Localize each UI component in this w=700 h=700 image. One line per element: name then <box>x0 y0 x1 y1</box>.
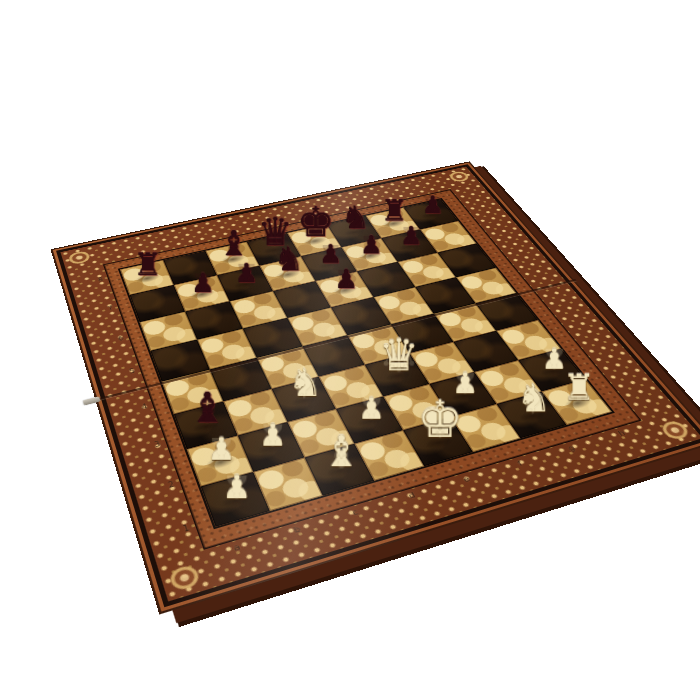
rank-label-3: 3 <box>145 424 171 466</box>
hinge-pin-icon <box>83 396 101 405</box>
black-pawn-c7[interactable]: ♟♟ <box>224 260 269 286</box>
black-pawn-g7[interactable]: ♟♟ <box>390 223 433 248</box>
white-pawn-b2[interactable]: ♟♟ <box>246 420 299 451</box>
rank-label-1: 1 <box>172 505 201 555</box>
white-bishop-c1[interactable]: ♝♝ <box>314 430 368 473</box>
black-bishop-c8[interactable]: ♝♝ <box>212 226 256 260</box>
black-bishop-a3[interactable]: ♝♝ <box>181 387 233 428</box>
black-pawn-f7[interactable]: ♟♟ <box>349 232 392 257</box>
square-a6[interactable] <box>140 311 197 350</box>
file-label-c: c <box>324 499 386 526</box>
rank-label-4: 4 <box>132 387 157 426</box>
chess-board: ♜♜♝♝♛♛♚♚♞♞♜♜♟♟♟♟♟♟♞♞♟♟♟♟♟♟♟♟♝♝♞♞♛♛♟♟♟♟♟♟… <box>51 161 700 614</box>
rank-label-7: 7 <box>100 293 121 325</box>
black-pawn-e7[interactable]: ♟♟ <box>308 241 352 266</box>
corner-rosette <box>442 168 476 186</box>
white-knight-c3[interactable]: ♞♞ <box>280 365 331 403</box>
square-c3[interactable]: ♞♞ <box>272 377 336 422</box>
black-pawn-b7[interactable]: ♟♟ <box>180 270 225 296</box>
file-label-a: a <box>204 534 269 562</box>
black-king-e8[interactable]: ♚♚ <box>294 202 337 243</box>
rank-label-5: 5 <box>121 354 144 391</box>
file-label-h: h <box>593 422 649 445</box>
black-rook-a8[interactable]: ♜♜ <box>126 249 171 280</box>
square-a8[interactable]: ♜♜ <box>120 260 174 295</box>
black-pawn-h8[interactable]: ♟♟ <box>412 193 453 217</box>
black-knight-d7[interactable]: ♞♞ <box>267 243 311 276</box>
rank-label-6: 6 <box>110 322 132 356</box>
scene: ♜♜♝♝♛♛♚♚♞♞♜♜♟♟♟♟♟♟♞♞♟♟♟♟♟♟♟♟♝♝♞♞♛♛♟♟♟♟♟♟… <box>0 0 700 700</box>
file-label-g: g <box>543 437 600 461</box>
black-pawn-e6[interactable]: ♟♟ <box>323 266 368 292</box>
corner-rosette <box>651 415 699 446</box>
corner-rosette <box>63 247 97 269</box>
file-label-b: b <box>265 516 329 544</box>
black-knight-f8[interactable]: ♞♞ <box>334 202 376 233</box>
white-pawn-a1[interactable]: ♟♟ <box>209 471 265 503</box>
white-pawn-a2[interactable]: ♟♟ <box>194 433 248 464</box>
white-pawn-d2[interactable]: ♟♟ <box>345 393 397 423</box>
rank-label-8: 8 <box>91 265 111 295</box>
white-knight-g1[interactable]: ♞♞ <box>508 380 560 419</box>
white-queen-e3[interactable]: ♛♛ <box>374 333 424 377</box>
square-a1[interactable]: ♟♟ <box>201 472 270 527</box>
square-b7[interactable]: ♟♟ <box>174 275 230 311</box>
rank-label-2: 2 <box>158 463 185 509</box>
file-label-d: d <box>381 483 442 509</box>
corner-rosette <box>161 558 209 599</box>
inner-wood-frame: ♜♜♝♝♛♛♚♚♞♞♜♜♟♟♟♟♟♟♞♞♟♟♟♟♟♟♟♟♝♝♞♞♛♛♟♟♟♟♟♟… <box>103 189 642 549</box>
white-rook-h1[interactable]: ♜♜ <box>554 369 605 405</box>
board-grid: ♜♜♝♝♛♛♚♚♞♞♜♜♟♟♟♟♟♟♞♞♟♟♟♟♟♟♟♟♝♝♞♞♛♛♟♟♟♟♟♟… <box>120 199 612 526</box>
photo-canvas: ♜♜♝♝♛♛♚♚♞♞♜♜♟♟♟♟♟♟♞♞♟♟♟♟♟♟♟♟♝♝♞♞♛♛♟♟♟♟♟♟… <box>0 0 700 700</box>
file-label-e: e <box>437 467 497 492</box>
white-king-e1[interactable]: ♚♚ <box>414 394 467 445</box>
file-label-f: f <box>490 452 548 476</box>
